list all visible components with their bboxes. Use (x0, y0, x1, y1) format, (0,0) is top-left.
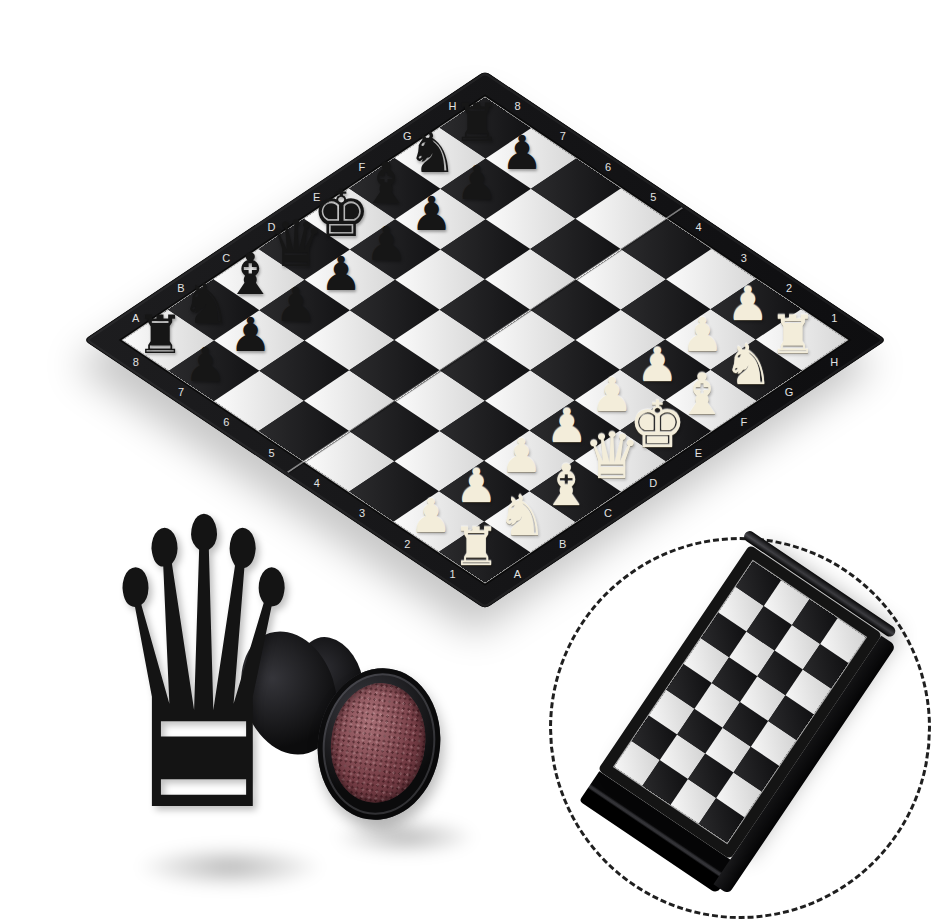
file-label: C (194, 249, 258, 267)
white-pawn-g2[interactable]: ♟ (681, 310, 723, 357)
lying-piece-shadow (310, 812, 500, 862)
black-pawn-f7[interactable]: ♟ (411, 190, 453, 237)
rank-label: 2 (780, 256, 798, 320)
white-pawn-c2[interactable]: ♟ (500, 432, 542, 479)
rank-label: 7 (172, 360, 190, 424)
rank-label: 5 (644, 165, 662, 229)
black-queen-closeup: ♛ (96, 468, 300, 868)
white-pawn-f2[interactable]: ♟ (636, 341, 678, 388)
file-label: F (712, 413, 776, 431)
file-label: E (667, 444, 731, 462)
file-label: A (486, 565, 550, 583)
white-pawn-b2[interactable]: ♟ (455, 462, 497, 509)
rank-label: 4 (690, 195, 708, 259)
file-label: F (330, 158, 394, 176)
white-pawn-d2[interactable]: ♟ (545, 401, 587, 448)
rank-label: 1 (825, 286, 843, 350)
black-pawn-g7[interactable]: ♟ (456, 160, 498, 207)
rank-label: 7 (554, 104, 572, 168)
file-label: B (149, 279, 213, 297)
black-pawn-e7[interactable]: ♟ (366, 220, 408, 267)
rank-label: 6 (599, 135, 617, 199)
file-label: A (104, 309, 168, 327)
file-label: G (375, 127, 439, 145)
rank-label: 1 (443, 542, 461, 606)
rank-label: 3 (353, 481, 371, 545)
product-photo: ABCDEFGH ABCDEFGH 87654321 87654321 ♜♞♝♛… (0, 0, 940, 924)
file-label: G (757, 383, 821, 401)
white-pawn-e2[interactable]: ♟ (591, 371, 633, 418)
black-pawn-c7[interactable]: ♟ (275, 281, 317, 328)
file-label: D (621, 474, 685, 492)
file-label: B (531, 535, 595, 553)
file-label: H (802, 353, 866, 371)
file-label: E (285, 188, 349, 206)
file-label: H (420, 97, 484, 115)
magnetic-felt-base (323, 677, 433, 809)
black-pawn-a7[interactable]: ♟ (184, 342, 226, 389)
rank-label: 8 (127, 330, 145, 394)
rank-label: 8 (509, 74, 527, 138)
file-label: D (239, 218, 303, 236)
black-pawn-d7[interactable]: ♟ (320, 251, 362, 298)
rank-label: 3 (735, 226, 753, 290)
black-pawn-b7[interactable]: ♟ (230, 311, 272, 358)
file-label: C (576, 504, 640, 522)
rank-label: 2 (398, 512, 416, 576)
